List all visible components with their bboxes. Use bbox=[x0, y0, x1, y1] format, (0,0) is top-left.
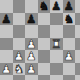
square-r1c3[interactable] bbox=[38, 13, 51, 26]
square-r5c4[interactable] bbox=[50, 63, 63, 76]
square-r3c3[interactable] bbox=[38, 38, 51, 51]
black-pawn[interactable]: ♟ bbox=[1, 12, 11, 25]
square-r3c4[interactable]: ♜ bbox=[50, 38, 63, 51]
square-r4c5[interactable]: ♟ bbox=[63, 50, 76, 63]
black-knight[interactable]: ♞ bbox=[64, 12, 74, 25]
square-r2c6[interactable] bbox=[75, 25, 80, 38]
chess-board-viewport: ♞♟♟♟♟♞♟♜♟♟♟♟♞♟ bbox=[0, 0, 80, 80]
square-r0c1[interactable] bbox=[13, 0, 26, 13]
chess-board: ♞♟♟♟♟♞♟♜♟♟♟♟♞♟ bbox=[0, 0, 80, 80]
square-r6c1[interactable] bbox=[13, 75, 26, 80]
square-r6c5[interactable] bbox=[63, 75, 76, 80]
square-r2c3[interactable] bbox=[38, 25, 51, 38]
black-knight[interactable]: ♞ bbox=[39, 0, 49, 12]
square-r0c4[interactable]: ♟ bbox=[50, 0, 63, 13]
square-r6c3[interactable] bbox=[38, 75, 51, 80]
square-r5c0[interactable]: ♟ bbox=[0, 63, 13, 76]
square-r1c2[interactable]: ♟ bbox=[25, 13, 38, 26]
square-r4c4[interactable] bbox=[50, 50, 63, 63]
square-r6c0[interactable] bbox=[0, 75, 13, 80]
square-r2c0[interactable] bbox=[0, 25, 13, 38]
square-r5c3[interactable] bbox=[38, 63, 51, 76]
black-pawn[interactable]: ♟ bbox=[51, 0, 61, 12]
square-r2c5[interactable] bbox=[63, 25, 76, 38]
square-r1c0[interactable]: ♟ bbox=[0, 13, 13, 26]
square-r5c1[interactable]: ♞ bbox=[13, 63, 26, 76]
square-r1c1[interactable] bbox=[13, 13, 26, 26]
white-pawn[interactable]: ♟ bbox=[64, 50, 74, 63]
square-r6c4[interactable] bbox=[50, 75, 63, 80]
square-r0c3[interactable]: ♞ bbox=[38, 0, 51, 13]
square-r1c6[interactable] bbox=[75, 13, 80, 26]
square-r6c2[interactable] bbox=[25, 75, 38, 80]
square-r5c2[interactable]: ♟ bbox=[25, 63, 38, 76]
square-r4c6[interactable] bbox=[75, 50, 80, 63]
square-r1c5[interactable]: ♞ bbox=[63, 13, 76, 26]
black-pawn[interactable]: ♟ bbox=[26, 12, 36, 25]
white-knight[interactable]: ♞ bbox=[14, 62, 24, 75]
white-pawn[interactable]: ♟ bbox=[26, 62, 36, 75]
square-r2c1[interactable] bbox=[13, 25, 26, 38]
white-pawn[interactable]: ♟ bbox=[1, 62, 11, 75]
square-r5c6[interactable] bbox=[75, 63, 80, 76]
square-r6c6[interactable] bbox=[75, 75, 80, 80]
square-r4c3[interactable] bbox=[38, 50, 51, 63]
square-r1c4[interactable] bbox=[50, 13, 63, 26]
white-rook[interactable]: ♜ bbox=[51, 37, 61, 50]
square-r5c5[interactable] bbox=[63, 63, 76, 76]
square-r3c6[interactable] bbox=[75, 38, 80, 51]
square-r0c6[interactable] bbox=[75, 0, 80, 13]
square-r3c0[interactable] bbox=[0, 38, 13, 51]
